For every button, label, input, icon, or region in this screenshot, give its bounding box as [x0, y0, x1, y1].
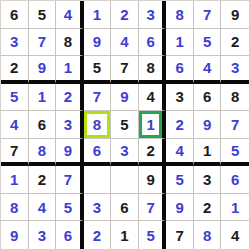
cell-r9c5[interactable]: 1: [111, 221, 139, 249]
cell-r4c5[interactable]: 9: [111, 84, 139, 112]
cell-r5c9[interactable]: 7: [221, 111, 249, 139]
cell-r2c4[interactable]: 9: [84, 29, 112, 57]
cell-r2c3[interactable]: 8: [56, 29, 84, 57]
cell-r9c1[interactable]: 9: [1, 221, 29, 249]
cell-r4c2[interactable]: 1: [29, 84, 57, 112]
cell-r5c4[interactable]: 8: [84, 111, 112, 139]
cell-r1c4[interactable]: 1: [84, 1, 112, 29]
cell-r2c9[interactable]: 2: [221, 29, 249, 57]
cell-r6c6[interactable]: 2: [139, 139, 167, 167]
cell-r7c4[interactable]: [84, 166, 112, 194]
cell-r7c2[interactable]: 2: [29, 166, 57, 194]
cell-r7c7[interactable]: 5: [166, 166, 194, 194]
cell-r2c8[interactable]: 5: [194, 29, 222, 57]
cell-r3c9[interactable]: 3: [221, 56, 249, 84]
cell-r3c2[interactable]: 9: [29, 56, 57, 84]
cell-r1c7[interactable]: 8: [166, 1, 194, 29]
cell-r6c8[interactable]: 1: [194, 139, 222, 167]
cell-r9c2[interactable]: 3: [29, 221, 57, 249]
cell-r7c1[interactable]: 1: [1, 166, 29, 194]
cell-r7c5[interactable]: [111, 166, 139, 194]
cell-r6c9[interactable]: 5: [221, 139, 249, 167]
cell-r7c9[interactable]: 6: [221, 166, 249, 194]
cell-r3c3[interactable]: 1: [56, 56, 84, 84]
cell-r8c2[interactable]: 4: [29, 194, 57, 222]
cell-r1c2[interactable]: 5: [29, 1, 57, 29]
cell-r6c2[interactable]: 8: [29, 139, 57, 167]
cell-r5c1[interactable]: 4: [1, 111, 29, 139]
cell-r4c3[interactable]: 2: [56, 84, 84, 112]
cell-r6c1[interactable]: 7: [1, 139, 29, 167]
cell-r7c3[interactable]: 7: [56, 166, 84, 194]
cell-r8c3[interactable]: 5: [56, 194, 84, 222]
cell-r5c6[interactable]: 1: [139, 111, 167, 139]
cell-r5c2[interactable]: 6: [29, 111, 57, 139]
cell-r8c6[interactable]: 7: [139, 194, 167, 222]
cell-r8c8[interactable]: 2: [194, 194, 222, 222]
cell-r1c9[interactable]: 9: [221, 1, 249, 29]
cell-r5c5[interactable]: 5: [111, 111, 139, 139]
cell-r4c8[interactable]: 6: [194, 84, 222, 112]
cell-r1c5[interactable]: 2: [111, 1, 139, 29]
cell-r3c7[interactable]: 6: [166, 56, 194, 84]
cell-r1c1[interactable]: 6: [1, 1, 29, 29]
cell-r9c9[interactable]: 4: [221, 221, 249, 249]
cell-r2c2[interactable]: 7: [29, 29, 57, 57]
cell-r7c8[interactable]: 3: [194, 166, 222, 194]
cell-r2c5[interactable]: 4: [111, 29, 139, 57]
cell-r6c5[interactable]: 3: [111, 139, 139, 167]
cell-r3c6[interactable]: 8: [139, 56, 167, 84]
cell-r3c8[interactable]: 4: [194, 56, 222, 84]
cell-r6c4[interactable]: 6: [84, 139, 112, 167]
cell-r8c7[interactable]: 9: [166, 194, 194, 222]
cell-r8c9[interactable]: 1: [221, 194, 249, 222]
cell-r4c6[interactable]: 4: [139, 84, 167, 112]
cell-r1c3[interactable]: 4: [56, 1, 84, 29]
cell-r9c7[interactable]: 7: [166, 221, 194, 249]
cell-r9c8[interactable]: 8: [194, 221, 222, 249]
cell-r9c3[interactable]: 6: [56, 221, 84, 249]
cell-r5c7[interactable]: 2: [166, 111, 194, 139]
cell-r2c7[interactable]: 1: [166, 29, 194, 57]
cell-r2c1[interactable]: 3: [1, 29, 29, 57]
cell-r1c8[interactable]: 7: [194, 1, 222, 29]
cell-r2c6[interactable]: 6: [139, 29, 167, 57]
cell-r8c4[interactable]: 3: [84, 194, 112, 222]
cell-r3c1[interactable]: 2: [1, 56, 29, 84]
cell-r5c8[interactable]: 9: [194, 111, 222, 139]
cell-r1c6[interactable]: 3: [139, 1, 167, 29]
cell-r9c4[interactable]: 2: [84, 221, 112, 249]
cell-r9c6[interactable]: 5: [139, 221, 167, 249]
cell-r4c1[interactable]: 5: [1, 84, 29, 112]
sudoku-board: 6541238793789461522915786435127943684638…: [0, 0, 250, 250]
cell-r7c6[interactable]: 9: [139, 166, 167, 194]
cell-r8c5[interactable]: 6: [111, 194, 139, 222]
cell-r4c9[interactable]: 8: [221, 84, 249, 112]
cell-r4c7[interactable]: 3: [166, 84, 194, 112]
cell-r4c4[interactable]: 7: [84, 84, 112, 112]
cell-r5c3[interactable]: 3: [56, 111, 84, 139]
cell-r3c4[interactable]: 5: [84, 56, 112, 84]
cell-r3c5[interactable]: 7: [111, 56, 139, 84]
cell-r6c7[interactable]: 4: [166, 139, 194, 167]
cell-r8c1[interactable]: 8: [1, 194, 29, 222]
cell-r6c3[interactable]: 9: [56, 139, 84, 167]
